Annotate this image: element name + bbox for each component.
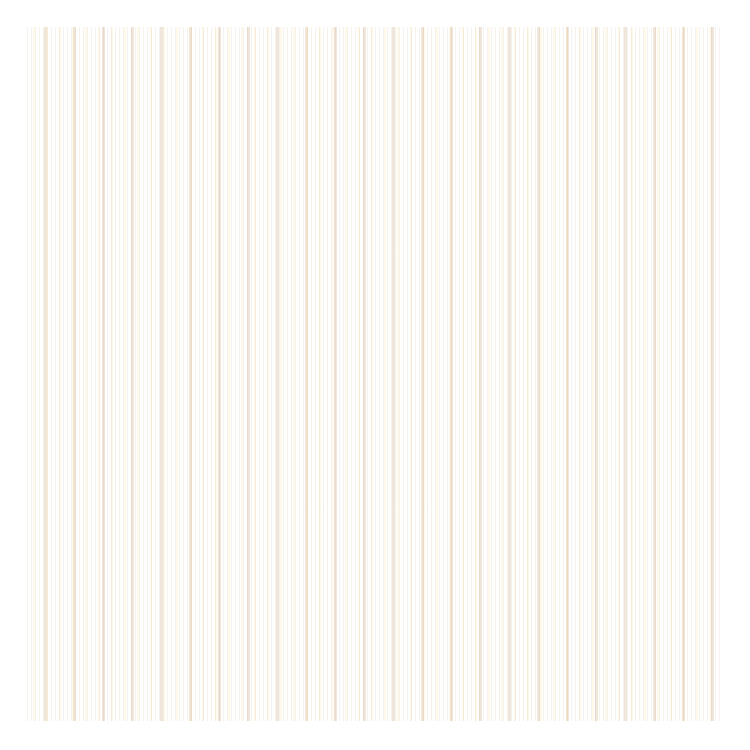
stones-grid bbox=[30, 30, 720, 720]
go-app-screen bbox=[0, 0, 750, 750]
goban-board[interactable] bbox=[27, 27, 721, 721]
